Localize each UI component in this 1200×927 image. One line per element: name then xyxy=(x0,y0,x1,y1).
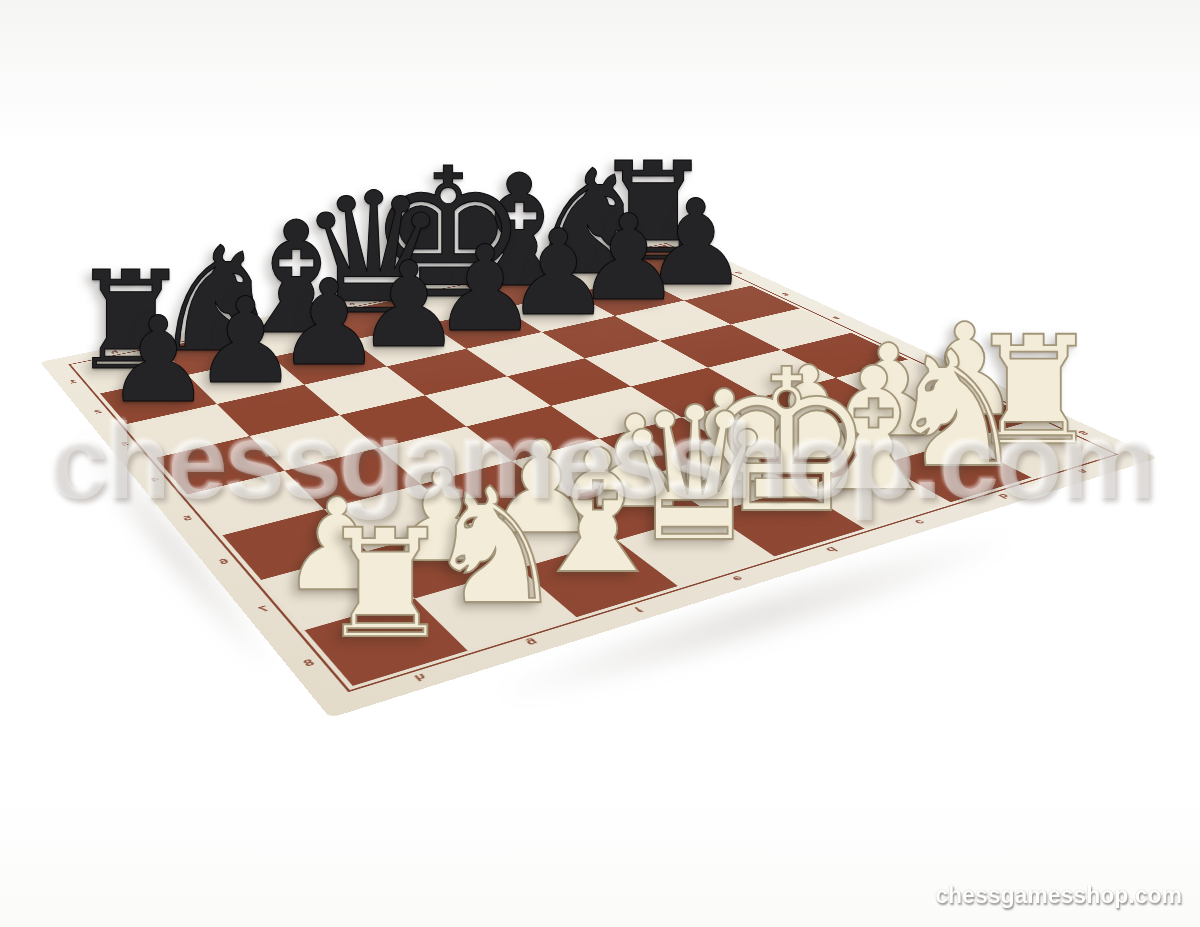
chessboard-mat: abcdefgh1122334455667788abcdefgh xyxy=(40,235,1158,718)
product-photo-stage: abcdefgh1122334455667788abcdefgh ♜♞♟♝♟♚♟… xyxy=(0,0,1200,927)
site-logo: chessgamesshop.com xyxy=(935,882,1182,909)
